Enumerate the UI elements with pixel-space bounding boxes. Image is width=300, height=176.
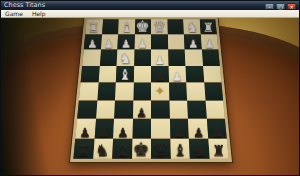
- title-bar[interactable]: Chess Titans – ▢ ✕: [1, 1, 299, 10]
- piece-black-pawn-c7[interactable]: ♟: [174, 126, 185, 139]
- menu-bar: Game Help: [1, 10, 299, 18]
- square-g5[interactable]: [97, 82, 116, 100]
- window-controls: – ▢ ✕: [265, 3, 296, 9]
- piece-white-pawn-c4[interactable]: ♟: [172, 71, 183, 83]
- square-b6[interactable]: [187, 100, 206, 119]
- piece-white-king-e1[interactable]: ♚: [136, 18, 150, 34]
- square-c8[interactable]: ♝: [170, 138, 190, 159]
- square-a8[interactable]: ♜: [208, 138, 229, 159]
- square-f2[interactable]: ♟: [117, 34, 134, 49]
- square-h5[interactable]: [79, 82, 98, 100]
- square-h1[interactable]: ♜: [85, 19, 103, 34]
- board-perspective-wrapper: ♜♝♚♛♞♜♟♟♟♟♟♟♞♟♝♟♟✦♟♟♟♟♟♟♟♜♞♝♚♛♝♞♜: [70, 18, 232, 162]
- square-b1[interactable]: ♞: [183, 19, 200, 34]
- square-d5[interactable]: ✦: [151, 82, 169, 100]
- piece-white-rook-a1[interactable]: ♜: [203, 21, 214, 34]
- move-indicator: ✦: [151, 82, 169, 100]
- square-d3[interactable]: ♟: [151, 49, 168, 65]
- square-h8[interactable]: ♜: [73, 138, 94, 159]
- piece-white-queen-d1[interactable]: ♛: [152, 19, 166, 34]
- square-d8[interactable]: ♛: [151, 138, 170, 159]
- chess-titans-window: Chess Titans – ▢ ✕ Game Help ♜♝♚♛♞♜♟♟♟♟♟…: [0, 0, 300, 176]
- square-e2[interactable]: ♟: [134, 34, 151, 49]
- square-b7[interactable]: ♟: [188, 119, 208, 139]
- square-g3[interactable]: [99, 49, 117, 65]
- square-d1[interactable]: ♛: [151, 19, 167, 34]
- square-f8[interactable]: ♝: [112, 138, 132, 159]
- menu-help[interactable]: Help: [32, 10, 46, 18]
- piece-white-pawn-g2[interactable]: ♟: [104, 38, 114, 49]
- piece-white-bishop-f4[interactable]: ♝: [118, 68, 131, 82]
- square-e6[interactable]: ♟: [133, 100, 151, 119]
- square-f7[interactable]: ♟: [113, 119, 132, 139]
- piece-white-pawn-d3[interactable]: ♟: [154, 54, 164, 65]
- piece-black-pawn-d4[interactable]: ♟: [155, 71, 166, 83]
- piece-black-knight-g8[interactable]: ♞: [95, 143, 109, 159]
- piece-white-pawn-f2[interactable]: ♟: [121, 38, 131, 49]
- square-e3[interactable]: [134, 49, 151, 65]
- square-f5[interactable]: [115, 82, 133, 100]
- square-b5[interactable]: [186, 82, 205, 100]
- piece-white-knight-f3[interactable]: ♞: [119, 51, 132, 65]
- square-a5[interactable]: [204, 82, 223, 100]
- square-g2[interactable]: ♟: [101, 34, 119, 49]
- piece-white-pawn-e2[interactable]: ♟: [138, 38, 148, 49]
- square-e4[interactable]: [133, 66, 151, 83]
- piece-black-queen-d8[interactable]: ♛: [153, 141, 169, 159]
- square-c3[interactable]: [168, 49, 186, 65]
- board: ♜♝♚♛♞♜♟♟♟♟♟♟♞♟♝♟♟✦♟♟♟♟♟♟♟♜♞♝♚♛♝♞♜: [70, 18, 232, 162]
- square-d4[interactable]: ♟: [151, 66, 169, 83]
- square-g6[interactable]: [96, 100, 115, 119]
- square-b3[interactable]: [185, 49, 203, 65]
- square-d7[interactable]: [151, 119, 170, 139]
- maximize-button[interactable]: ▢: [276, 3, 285, 9]
- piece-black-bishop-c8[interactable]: ♝: [173, 143, 187, 159]
- piece-black-knight-b8[interactable]: ♞: [192, 143, 206, 159]
- square-b4[interactable]: [185, 66, 203, 83]
- square-b8[interactable]: ♞: [189, 138, 209, 159]
- square-a4[interactable]: [203, 66, 222, 83]
- square-g8[interactable]: ♞: [93, 138, 113, 159]
- square-h6[interactable]: [77, 100, 97, 119]
- square-d6[interactable]: [151, 100, 169, 119]
- square-g4[interactable]: [98, 66, 116, 83]
- square-f3[interactable]: ♞: [117, 49, 135, 65]
- menu-game[interactable]: Game: [5, 10, 23, 18]
- piece-black-pawn-e6[interactable]: ♟: [136, 106, 147, 118]
- piece-white-rook-h1[interactable]: ♜: [88, 21, 99, 34]
- square-h7[interactable]: ♟: [75, 119, 95, 139]
- square-c5[interactable]: [169, 82, 187, 100]
- square-a3[interactable]: [201, 49, 219, 65]
- square-e1[interactable]: ♚: [135, 19, 151, 34]
- piece-black-pawn-b7[interactable]: ♟: [193, 126, 204, 139]
- square-a7[interactable]: ♟: [206, 119, 226, 139]
- piece-white-pawn-b2[interactable]: ♟: [188, 38, 198, 49]
- square-h3[interactable]: [82, 49, 100, 65]
- square-f6[interactable]: [114, 100, 133, 119]
- square-c2[interactable]: [167, 34, 184, 49]
- square-a1[interactable]: ♜: [199, 19, 217, 34]
- square-c1[interactable]: [167, 19, 184, 34]
- square-g7[interactable]: ♟: [94, 119, 114, 139]
- close-button[interactable]: ✕: [287, 3, 296, 9]
- square-f4[interactable]: ♝: [116, 66, 134, 83]
- square-c6[interactable]: [169, 100, 188, 119]
- square-f1[interactable]: ♝: [118, 19, 135, 34]
- piece-white-pawn-a2[interactable]: ♟: [205, 38, 215, 49]
- square-a2[interactable]: ♟: [200, 34, 218, 49]
- square-h4[interactable]: [81, 66, 100, 83]
- square-h2[interactable]: ♟: [84, 34, 102, 49]
- piece-black-pawn-g7[interactable]: ♟: [98, 126, 109, 139]
- piece-black-pawn-a7[interactable]: ♟: [212, 126, 223, 139]
- piece-black-king-e8[interactable]: ♚: [133, 140, 150, 159]
- square-e5[interactable]: [133, 82, 151, 100]
- square-e8[interactable]: ♚: [132, 138, 151, 159]
- square-c7[interactable]: ♟: [169, 119, 188, 139]
- piece-white-pawn-h2[interactable]: ♟: [87, 38, 97, 49]
- minimize-button[interactable]: –: [265, 3, 274, 9]
- piece-black-pawn-h7[interactable]: ♟: [79, 126, 90, 139]
- square-b2[interactable]: ♟: [184, 34, 202, 49]
- game-scene: ♜♝♚♛♞♜♟♟♟♟♟♟♞♟♝♟♟✦♟♟♟♟♟♟♟♜♞♝♚♛♝♞♜: [1, 18, 300, 176]
- square-c4[interactable]: ♟: [168, 66, 186, 83]
- piece-black-rook-a8[interactable]: ♜: [212, 144, 225, 159]
- piece-white-bishop-f1[interactable]: ♝: [120, 21, 132, 34]
- square-e7[interactable]: [132, 119, 151, 139]
- piece-black-rook-h8[interactable]: ♜: [76, 144, 89, 159]
- piece-black-bishop-f8[interactable]: ♝: [115, 143, 129, 159]
- square-a6[interactable]: [205, 100, 225, 119]
- piece-black-pawn-f7[interactable]: ♟: [117, 126, 128, 139]
- piece-white-knight-b1[interactable]: ♞: [186, 21, 198, 34]
- square-g1[interactable]: [102, 19, 119, 34]
- square-d2[interactable]: [151, 34, 168, 49]
